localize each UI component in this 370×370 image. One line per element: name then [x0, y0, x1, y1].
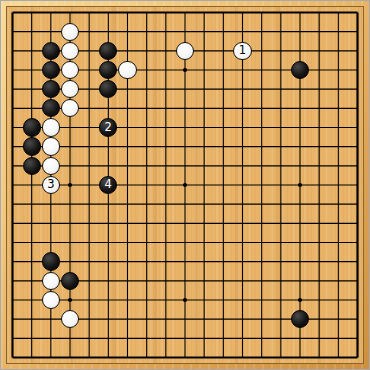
stone-white[interactable] [42, 291, 60, 309]
stone-black[interactable] [42, 252, 60, 270]
stone-black[interactable] [23, 118, 41, 136]
move-number-label: 4 [105, 179, 112, 191]
move-number-label: 3 [47, 179, 54, 191]
stone-white[interactable] [42, 272, 60, 290]
stone-white[interactable] [42, 157, 60, 175]
stone-white[interactable] [61, 310, 79, 328]
goban-surface[interactable]: 1324 [6, 6, 364, 364]
stone-white-move-1[interactable]: 1 [233, 42, 251, 60]
stone-black[interactable] [42, 42, 60, 60]
stone-black[interactable] [42, 80, 60, 98]
stone-white[interactable] [61, 61, 79, 79]
stone-black-move-2[interactable]: 2 [99, 118, 117, 136]
stone-black[interactable] [42, 99, 60, 117]
stone-black[interactable] [42, 61, 60, 79]
move-number-label: 2 [105, 122, 112, 134]
stone-black[interactable] [99, 42, 117, 60]
stone-black-move-4[interactable]: 4 [99, 176, 117, 194]
stones-grid: 1324 [3, 3, 367, 367]
move-number-label: 1 [239, 45, 246, 57]
stone-white[interactable] [176, 42, 194, 60]
stone-black[interactable] [23, 157, 41, 175]
stone-black[interactable] [99, 80, 117, 98]
stone-white[interactable] [61, 99, 79, 117]
goban-frame: 1324 [0, 0, 370, 370]
stone-black[interactable] [291, 310, 309, 328]
stone-white[interactable] [42, 118, 60, 136]
stone-white[interactable] [42, 137, 60, 155]
stone-white-move-3[interactable]: 3 [42, 176, 60, 194]
stone-white[interactable] [118, 61, 136, 79]
stone-white[interactable] [61, 23, 79, 41]
stone-white[interactable] [61, 42, 79, 60]
stone-black[interactable] [291, 61, 309, 79]
stone-white[interactable] [61, 80, 79, 98]
stone-black[interactable] [23, 137, 41, 155]
stone-black[interactable] [99, 61, 117, 79]
stone-black[interactable] [61, 272, 79, 290]
